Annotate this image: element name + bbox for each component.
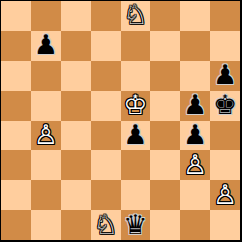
- square-c3[interactable]: [61, 150, 91, 180]
- square-f2[interactable]: [150, 180, 180, 210]
- square-d6[interactable]: [91, 61, 121, 91]
- white-knight-icon[interactable]: ♘: [123, 1, 147, 29]
- square-f8[interactable]: [150, 1, 180, 31]
- square-g8[interactable]: [180, 1, 210, 31]
- square-b1[interactable]: [31, 210, 61, 240]
- white-pawn-icon[interactable]: ♙: [183, 150, 207, 178]
- square-e3[interactable]: [121, 150, 151, 180]
- square-f4[interactable]: [150, 121, 180, 151]
- white-knight-icon[interactable]: ♘: [93, 210, 117, 238]
- square-c2[interactable]: [61, 180, 91, 210]
- square-a4[interactable]: [1, 121, 31, 151]
- square-d5[interactable]: [91, 91, 121, 121]
- square-e5[interactable]: ♔: [121, 91, 151, 121]
- black-pawn-icon[interactable]: ♟: [183, 91, 207, 119]
- square-a1[interactable]: [1, 210, 31, 240]
- square-g4[interactable]: ♟: [180, 121, 210, 151]
- square-h5[interactable]: ♚: [210, 91, 240, 121]
- white-king-icon[interactable]: ♔: [123, 91, 147, 119]
- board-frame: ♘♟♟♔♟♚♙♟♟♙♙♘♛: [0, 0, 242, 242]
- black-pawn-icon[interactable]: ♟: [34, 31, 58, 59]
- square-g6[interactable]: [180, 61, 210, 91]
- square-f6[interactable]: [150, 61, 180, 91]
- black-pawn-icon[interactable]: ♟: [213, 61, 237, 89]
- square-f7[interactable]: [150, 31, 180, 61]
- black-king-icon[interactable]: ♚: [213, 91, 237, 119]
- square-b3[interactable]: [31, 150, 61, 180]
- black-pawn-icon[interactable]: ♟: [183, 121, 207, 149]
- square-g3[interactable]: ♙: [180, 150, 210, 180]
- square-b6[interactable]: [31, 61, 61, 91]
- white-pawn-icon[interactable]: ♙: [213, 180, 237, 208]
- square-g5[interactable]: ♟: [180, 91, 210, 121]
- square-b7[interactable]: ♟: [31, 31, 61, 61]
- square-a2[interactable]: [1, 180, 31, 210]
- square-f5[interactable]: [150, 91, 180, 121]
- square-a3[interactable]: [1, 150, 31, 180]
- square-a5[interactable]: [1, 91, 31, 121]
- square-c5[interactable]: [61, 91, 91, 121]
- square-e4[interactable]: ♟: [121, 121, 151, 151]
- square-e8[interactable]: ♘: [121, 1, 151, 31]
- black-pawn-icon[interactable]: ♟: [123, 121, 147, 149]
- square-d3[interactable]: [91, 150, 121, 180]
- square-a8[interactable]: [1, 1, 31, 31]
- square-a7[interactable]: [1, 31, 31, 61]
- square-c4[interactable]: [61, 121, 91, 151]
- square-d2[interactable]: [91, 180, 121, 210]
- white-pawn-icon[interactable]: ♙: [34, 121, 58, 149]
- square-g1[interactable]: [180, 210, 210, 240]
- square-d1[interactable]: ♘: [91, 210, 121, 240]
- square-e1[interactable]: ♛: [121, 210, 151, 240]
- square-g2[interactable]: [180, 180, 210, 210]
- square-b5[interactable]: [31, 91, 61, 121]
- square-d4[interactable]: [91, 121, 121, 151]
- square-h4[interactable]: [210, 121, 240, 151]
- square-c1[interactable]: [61, 210, 91, 240]
- square-e7[interactable]: [121, 31, 151, 61]
- square-e2[interactable]: [121, 180, 151, 210]
- square-h3[interactable]: [210, 150, 240, 180]
- square-c7[interactable]: [61, 31, 91, 61]
- square-g7[interactable]: [180, 31, 210, 61]
- black-queen-icon[interactable]: ♛: [123, 210, 147, 238]
- square-d8[interactable]: [91, 1, 121, 31]
- square-f1[interactable]: [150, 210, 180, 240]
- square-c6[interactable]: [61, 61, 91, 91]
- square-h8[interactable]: [210, 1, 240, 31]
- square-a6[interactable]: [1, 61, 31, 91]
- square-c8[interactable]: [61, 1, 91, 31]
- square-b8[interactable]: [31, 1, 61, 31]
- square-h6[interactable]: ♟: [210, 61, 240, 91]
- chessboard: ♘♟♟♔♟♚♙♟♟♙♙♘♛: [1, 1, 240, 240]
- square-f3[interactable]: [150, 150, 180, 180]
- square-h1[interactable]: [210, 210, 240, 240]
- square-d7[interactable]: [91, 31, 121, 61]
- square-e6[interactable]: [121, 61, 151, 91]
- square-b2[interactable]: [31, 180, 61, 210]
- square-h7[interactable]: [210, 31, 240, 61]
- square-h2[interactable]: ♙: [210, 180, 240, 210]
- square-b4[interactable]: ♙: [31, 121, 61, 151]
